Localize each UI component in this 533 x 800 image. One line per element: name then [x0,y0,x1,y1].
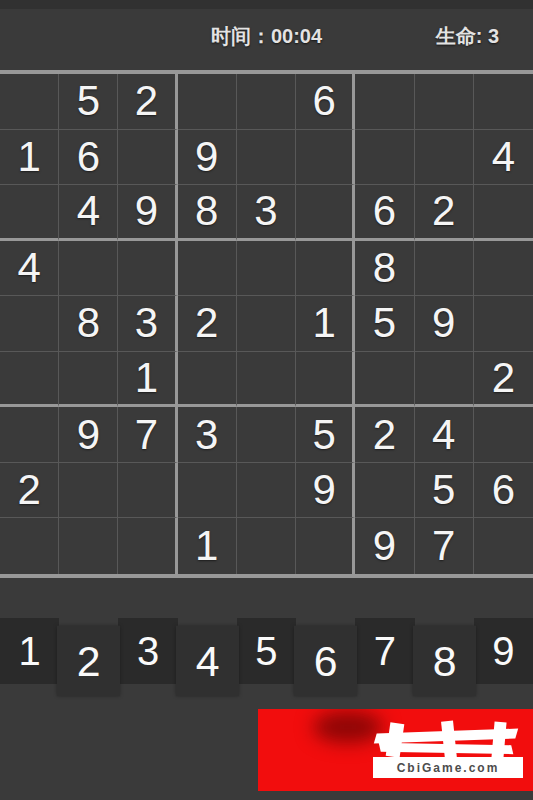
sudoku-cell[interactable] [415,241,474,297]
sudoku-cell[interactable] [474,407,533,463]
sudoku-cell[interactable]: 8 [355,241,414,297]
sudoku-cell[interactable] [296,185,355,241]
sudoku-cell[interactable]: 5 [59,74,118,130]
sudoku-cell[interactable] [0,518,59,574]
sudoku-cell[interactable]: 6 [59,130,118,186]
sudoku-cell[interactable]: 9 [415,296,474,352]
sudoku-cell[interactable]: 4 [59,185,118,241]
sudoku-cell[interactable]: 3 [178,407,237,463]
sudoku-cell[interactable] [0,185,59,241]
sudoku-cell[interactable] [178,463,237,519]
sudoku-cell[interactable]: 9 [59,407,118,463]
sudoku-cell[interactable] [178,352,237,408]
sudoku-cell[interactable] [118,518,177,574]
sudoku-cell[interactable]: 9 [178,130,237,186]
sudoku-cell[interactable]: 2 [118,74,177,130]
sudoku-cell[interactable]: 2 [355,407,414,463]
numpad-button-3[interactable]: 3 [118,618,177,684]
sudoku-cell[interactable]: 6 [296,74,355,130]
sudoku-cell[interactable] [474,518,533,574]
sudoku-cell[interactable]: 6 [474,463,533,519]
sudoku-cell[interactable] [296,352,355,408]
time-value: 00:04 [271,25,322,47]
header: 时间：00:04 生命: 3 [0,9,533,70]
sudoku-cell[interactable]: 1 [0,130,59,186]
sudoku-cell[interactable] [178,241,237,297]
sudoku-cell[interactable] [0,74,59,130]
sudoku-cell[interactable] [474,185,533,241]
status-bar [0,0,533,9]
sudoku-cell[interactable] [474,296,533,352]
sudoku-cell[interactable] [59,241,118,297]
sudoku-cell[interactable] [0,352,59,408]
sudoku-cell[interactable] [0,407,59,463]
numpad-button-4[interactable]: 4 [176,626,239,697]
sudoku-cell[interactable]: 2 [474,352,533,408]
sudoku-cell[interactable]: 4 [415,407,474,463]
sudoku-cell[interactable] [237,407,296,463]
sudoku-cell[interactable] [178,74,237,130]
sudoku-cell[interactable]: 8 [178,185,237,241]
sudoku-cell[interactable]: 5 [355,296,414,352]
sudoku-cell[interactable] [118,241,177,297]
sudoku-cell[interactable] [237,463,296,519]
sudoku-cell[interactable] [474,74,533,130]
cbigame-logo-icon [386,722,405,758]
sudoku-cell[interactable]: 9 [296,463,355,519]
sudoku-board: 526169449836248832159129735242956197 [0,70,533,578]
timer: 时间：00:04 [211,23,322,50]
numpad-button-7[interactable]: 7 [355,618,414,684]
sudoku-cell[interactable]: 4 [0,241,59,297]
sudoku-cell[interactable]: 3 [237,185,296,241]
sudoku-cell[interactable] [296,518,355,574]
sudoku-cell[interactable]: 6 [355,185,414,241]
sudoku-cell[interactable] [237,352,296,408]
sudoku-cell[interactable] [237,518,296,574]
sudoku-cell[interactable]: 7 [415,518,474,574]
sudoku-cell[interactable] [0,296,59,352]
sudoku-cell[interactable]: 9 [355,518,414,574]
cbigame-logo-icon [441,720,457,759]
sudoku-cell[interactable]: 1 [296,296,355,352]
sudoku-cell[interactable] [415,74,474,130]
numpad-button-5[interactable]: 5 [237,618,296,684]
watermark-text-strip: CbiGame.com [373,757,523,778]
sudoku-cell[interactable] [118,463,177,519]
sudoku-cell[interactable] [237,74,296,130]
sudoku-cell[interactable]: 3 [118,296,177,352]
sudoku-cell[interactable] [237,241,296,297]
sudoku-cell[interactable] [296,130,355,186]
sudoku-cell[interactable] [355,463,414,519]
watermark-blob [313,711,383,743]
sudoku-cell[interactable]: 1 [178,518,237,574]
sudoku-cell[interactable]: 5 [415,463,474,519]
sudoku-cell[interactable] [59,518,118,574]
sudoku-cell[interactable] [355,130,414,186]
sudoku-cell[interactable] [474,241,533,297]
sudoku-cell[interactable] [355,74,414,130]
sudoku-cell[interactable]: 2 [415,185,474,241]
numpad-button-9[interactable]: 9 [474,618,533,684]
sudoku-cell[interactable] [59,463,118,519]
sudoku-cell[interactable] [355,352,414,408]
watermark: CbiGame.com [258,709,533,791]
sudoku-cell[interactable]: 7 [118,407,177,463]
watermark-site-text: CbiGame.com [397,761,500,775]
sudoku-cell[interactable]: 9 [118,185,177,241]
time-label: 时间： [211,25,271,47]
numpad: 123456789 [0,618,533,698]
numpad-button-8[interactable]: 8 [412,626,475,697]
numpad-button-6[interactable]: 6 [294,626,357,697]
numpad-button-1[interactable]: 1 [0,618,59,684]
sudoku-cell[interactable] [237,130,296,186]
sudoku-cell[interactable]: 8 [59,296,118,352]
sudoku-cell[interactable] [415,130,474,186]
sudoku-cell[interactable]: 2 [178,296,237,352]
sudoku-cell[interactable]: 1 [118,352,177,408]
sudoku-cell[interactable] [237,296,296,352]
sudoku-cell[interactable] [118,130,177,186]
sudoku-cell[interactable]: 4 [474,130,533,186]
sudoku-cell[interactable] [59,352,118,408]
sudoku-cell[interactable]: 2 [0,463,59,519]
sudoku-app: 时间：00:04 生命: 3 5261694498362488321591297… [0,0,533,800]
lives-label: 生命: [436,25,483,47]
lives-value: 3 [488,25,499,47]
numpad-button-2[interactable]: 2 [57,626,120,697]
lives: 生命: 3 [436,23,499,50]
sudoku-cell[interactable] [415,352,474,408]
sudoku-cell[interactable]: 5 [296,407,355,463]
sudoku-cell[interactable] [296,241,355,297]
